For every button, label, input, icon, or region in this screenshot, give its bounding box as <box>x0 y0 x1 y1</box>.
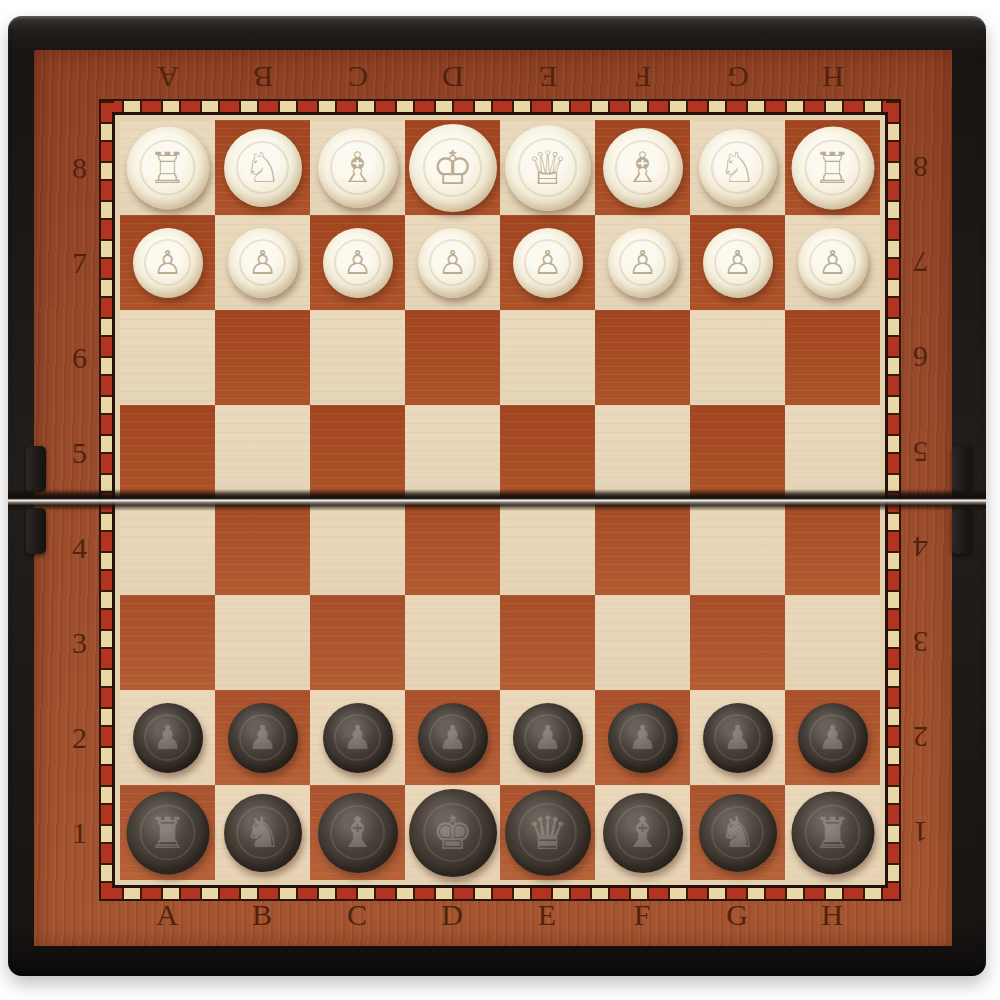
rank-label-7: 7 <box>898 215 942 310</box>
square-g3[interactable] <box>690 595 785 690</box>
square-h1[interactable]: ♜ <box>785 785 880 880</box>
piece-glyph: ♟ <box>438 721 468 754</box>
file-labels-bottom: ABCDEFGH <box>120 894 880 936</box>
square-f2[interactable]: ♟ <box>595 690 690 785</box>
piece-glyph: ♜ <box>148 811 187 854</box>
piece-glyph: ♙ <box>723 246 753 279</box>
file-label-a: A <box>120 894 215 936</box>
square-c8[interactable]: ♗ <box>310 120 405 215</box>
rank-label-6: 6 <box>58 310 102 405</box>
square-a2[interactable]: ♟ <box>120 690 215 785</box>
piece-glyph: ♟ <box>153 721 183 754</box>
black-knight[interactable]: ♞ <box>699 794 777 872</box>
black-pawn[interactable]: ♟ <box>608 703 678 773</box>
square-h8[interactable]: ♖ <box>785 120 880 215</box>
rank-label-2: 2 <box>898 690 942 785</box>
piece-glyph: ♝ <box>624 812 662 854</box>
piece-glyph: ♟ <box>533 721 563 754</box>
file-label-g: G <box>690 56 785 98</box>
rank-label-3: 3 <box>898 595 942 690</box>
square-a4[interactable] <box>120 500 215 595</box>
square-c1[interactable]: ♝ <box>310 785 405 880</box>
square-h5[interactable] <box>785 405 880 500</box>
white-pawn[interactable]: ♙ <box>608 228 678 298</box>
square-d1[interactable]: ♚ <box>405 785 500 880</box>
square-g1[interactable]: ♞ <box>690 785 785 880</box>
square-b3[interactable] <box>215 595 310 690</box>
white-knight[interactable]: ♘ <box>224 129 302 207</box>
piece-glyph: ♙ <box>248 246 278 279</box>
black-knight[interactable]: ♞ <box>224 794 302 872</box>
square-d8[interactable]: ♔ <box>405 120 500 215</box>
rank-label-2: 2 <box>58 690 102 785</box>
piece-glyph: ♔ <box>432 145 473 191</box>
file-label-e: E <box>500 894 595 936</box>
rank-label-1: 1 <box>898 785 942 880</box>
piece-glyph: ♗ <box>624 147 662 189</box>
square-d4[interactable] <box>405 500 500 595</box>
square-f3[interactable] <box>595 595 690 690</box>
white-bishop[interactable]: ♗ <box>318 128 398 208</box>
file-label-c: C <box>310 894 405 936</box>
piece-glyph: ♟ <box>628 721 658 754</box>
square-f4[interactable] <box>595 500 690 595</box>
black-king[interactable]: ♚ <box>409 789 497 877</box>
piece-glyph: ♙ <box>628 246 658 279</box>
black-pawn[interactable]: ♟ <box>133 703 203 773</box>
square-a8[interactable]: ♖ <box>120 120 215 215</box>
square-b2[interactable]: ♟ <box>215 690 310 785</box>
piece-glyph: ♞ <box>719 812 757 854</box>
rank-label-1: 1 <box>58 785 102 880</box>
black-pawn[interactable]: ♟ <box>418 703 488 773</box>
square-e8[interactable]: ♕ <box>500 120 595 215</box>
rank-label-5: 5 <box>898 405 942 500</box>
square-g4[interactable] <box>690 500 785 595</box>
black-bishop[interactable]: ♝ <box>318 793 398 873</box>
square-b5[interactable] <box>215 405 310 500</box>
fold-hinge-gap <box>8 489 986 511</box>
square-a1[interactable]: ♜ <box>120 785 215 880</box>
black-rook[interactable]: ♜ <box>126 791 209 874</box>
file-label-e: E <box>500 56 595 98</box>
file-label-a: A <box>120 56 215 98</box>
square-a5[interactable] <box>120 405 215 500</box>
square-g2[interactable]: ♟ <box>690 690 785 785</box>
square-c6[interactable] <box>310 310 405 405</box>
file-label-g: G <box>690 894 785 936</box>
rank-label-8: 8 <box>898 120 942 215</box>
square-h7[interactable]: ♙ <box>785 215 880 310</box>
rank-label-6: 6 <box>898 310 942 405</box>
white-rook[interactable]: ♖ <box>126 126 209 209</box>
square-g7[interactable]: ♙ <box>690 215 785 310</box>
piece-glyph: ♟ <box>248 721 278 754</box>
file-label-h: H <box>785 56 880 98</box>
white-rook[interactable]: ♖ <box>791 126 874 209</box>
piece-glyph: ♜ <box>813 811 852 854</box>
white-pawn[interactable]: ♙ <box>133 228 203 298</box>
square-h4[interactable] <box>785 500 880 595</box>
black-pawn[interactable]: ♟ <box>513 703 583 773</box>
black-pawn[interactable]: ♟ <box>228 703 298 773</box>
file-label-b: B <box>215 894 310 936</box>
rank-label-8: 8 <box>58 120 102 215</box>
square-d3[interactable] <box>405 595 500 690</box>
white-pawn[interactable]: ♙ <box>228 228 298 298</box>
black-pawn[interactable]: ♟ <box>323 703 393 773</box>
square-g5[interactable] <box>690 405 785 500</box>
square-a3[interactable] <box>120 595 215 690</box>
square-b8[interactable]: ♘ <box>215 120 310 215</box>
hinge-tab-right-bottom <box>952 508 972 554</box>
square-e7[interactable]: ♙ <box>500 215 595 310</box>
black-pawn[interactable]: ♟ <box>798 703 868 773</box>
piece-glyph: ♟ <box>818 721 848 754</box>
square-e1[interactable]: ♛ <box>500 785 595 880</box>
square-e2[interactable]: ♟ <box>500 690 595 785</box>
file-label-f: F <box>595 56 690 98</box>
piece-glyph: ♙ <box>533 246 563 279</box>
square-f6[interactable] <box>595 310 690 405</box>
square-g6[interactable] <box>690 310 785 405</box>
square-a7[interactable]: ♙ <box>120 215 215 310</box>
piece-glyph: ♚ <box>432 810 473 856</box>
piece-glyph: ♙ <box>343 246 373 279</box>
black-rook[interactable]: ♜ <box>791 791 874 874</box>
square-d6[interactable] <box>405 310 500 405</box>
square-b1[interactable]: ♞ <box>215 785 310 880</box>
file-labels-top: ABCDEFGH <box>120 56 880 98</box>
white-pawn[interactable]: ♙ <box>513 228 583 298</box>
piece-glyph: ♟ <box>723 721 753 754</box>
hinge-tab-left-top <box>26 446 46 492</box>
white-knight[interactable]: ♘ <box>699 129 777 207</box>
square-d5[interactable] <box>405 405 500 500</box>
white-pawn[interactable]: ♙ <box>703 228 773 298</box>
white-king[interactable]: ♔ <box>409 124 497 212</box>
square-b6[interactable] <box>215 310 310 405</box>
piece-glyph: ♛ <box>527 810 568 856</box>
piece-glyph: ♝ <box>339 812 377 854</box>
piece-glyph: ♞ <box>244 812 282 854</box>
hinge-tab-right-top <box>952 446 972 492</box>
square-f5[interactable] <box>595 405 690 500</box>
white-pawn[interactable]: ♙ <box>323 228 393 298</box>
hinge-tab-left-bottom <box>26 508 46 554</box>
square-d2[interactable]: ♟ <box>405 690 500 785</box>
piece-glyph: ♙ <box>153 246 183 279</box>
piece-glyph: ♙ <box>438 246 468 279</box>
square-e5[interactable] <box>500 405 595 500</box>
square-f8[interactable]: ♗ <box>595 120 690 215</box>
file-label-f: F <box>595 894 690 936</box>
square-e6[interactable] <box>500 310 595 405</box>
black-queen[interactable]: ♛ <box>505 790 591 876</box>
piece-glyph: ♖ <box>813 146 852 189</box>
square-c5[interactable] <box>310 405 405 500</box>
piece-glyph: ♘ <box>244 147 282 189</box>
rank-label-4: 4 <box>898 500 942 595</box>
square-e3[interactable] <box>500 595 595 690</box>
square-f1[interactable]: ♝ <box>595 785 690 880</box>
square-d7[interactable]: ♙ <box>405 215 500 310</box>
white-queen[interactable]: ♕ <box>505 125 591 211</box>
file-label-h: H <box>785 894 880 936</box>
piece-glyph: ♟ <box>343 721 373 754</box>
piece-glyph: ♖ <box>148 146 187 189</box>
rank-label-3: 3 <box>58 595 102 690</box>
rank-label-4: 4 <box>58 500 102 595</box>
piece-glyph: ♘ <box>719 147 757 189</box>
photo-background: ♖♘♗♔♕♗♘♖♙♙♙♙♙♙♙♙♟♟♟♟♟♟♟♟♜♞♝♚♛♝♞♜ ABCDEFG… <box>0 0 1000 1000</box>
square-h3[interactable] <box>785 595 880 690</box>
square-f7[interactable]: ♙ <box>595 215 690 310</box>
square-e4[interactable] <box>500 500 595 595</box>
file-label-c: C <box>310 56 405 98</box>
piece-glyph: ♕ <box>527 145 568 191</box>
square-c7[interactable]: ♙ <box>310 215 405 310</box>
file-label-b: B <box>215 56 310 98</box>
white-pawn[interactable]: ♙ <box>418 228 488 298</box>
piece-glyph: ♗ <box>339 147 377 189</box>
square-b4[interactable] <box>215 500 310 595</box>
square-h6[interactable] <box>785 310 880 405</box>
file-label-d: D <box>405 56 500 98</box>
black-bishop[interactable]: ♝ <box>603 793 683 873</box>
square-c4[interactable] <box>310 500 405 595</box>
square-a6[interactable] <box>120 310 215 405</box>
black-pawn[interactable]: ♟ <box>703 703 773 773</box>
rank-label-5: 5 <box>58 405 102 500</box>
square-b7[interactable]: ♙ <box>215 215 310 310</box>
square-g8[interactable]: ♘ <box>690 120 785 215</box>
square-c3[interactable] <box>310 595 405 690</box>
piece-glyph: ♙ <box>818 246 848 279</box>
file-label-d: D <box>405 894 500 936</box>
white-pawn[interactable]: ♙ <box>798 228 868 298</box>
rank-label-7: 7 <box>58 215 102 310</box>
square-h2[interactable]: ♟ <box>785 690 880 785</box>
square-c2[interactable]: ♟ <box>310 690 405 785</box>
white-bishop[interactable]: ♗ <box>603 128 683 208</box>
